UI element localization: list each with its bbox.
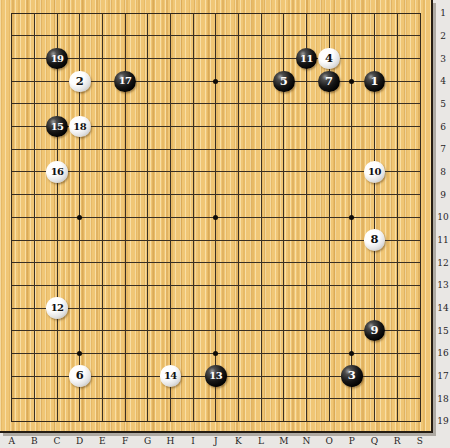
column-label: B (26, 436, 42, 446)
column-label: C (49, 436, 65, 446)
stone-number: 13 (209, 371, 222, 381)
stone-white[interactable]: 16 (46, 161, 68, 183)
grid-line-horizontal (12, 240, 420, 241)
stone-number: 8 (370, 234, 378, 246)
row-label: 7 (435, 144, 450, 154)
go-board-diagram: 12345678910111213141516171819 1234567891… (0, 0, 450, 448)
column-label: M (276, 436, 292, 446)
stone-number: 12 (51, 303, 64, 313)
column-label: R (389, 436, 405, 446)
stone-number: 4 (325, 52, 333, 64)
grid-line-horizontal (12, 330, 420, 331)
stone-white[interactable]: 8 (364, 229, 386, 251)
row-label: 2 (435, 31, 450, 41)
stone-black[interactable]: 17 (114, 71, 136, 93)
row-label: 6 (435, 122, 450, 132)
row-label: 4 (435, 76, 450, 86)
stone-white[interactable]: 4 (318, 48, 340, 70)
column-label: Q (366, 436, 382, 446)
column-label: E (94, 436, 110, 446)
row-label: 10 (435, 212, 450, 222)
stone-number: 2 (76, 75, 84, 87)
row-label: 19 (435, 416, 450, 426)
stone-number: 18 (73, 121, 86, 131)
row-label: 8 (435, 167, 450, 177)
column-label: P (344, 436, 360, 446)
row-label: 16 (435, 348, 450, 358)
stone-white[interactable]: 2 (69, 71, 91, 93)
column-label: K (230, 436, 246, 446)
column-label: F (117, 436, 133, 446)
row-label: 12 (435, 258, 450, 268)
stone-black[interactable]: 5 (273, 71, 295, 93)
column-label: I (185, 436, 201, 446)
column-label: G (140, 436, 156, 446)
stone-black[interactable]: 19 (46, 48, 68, 70)
go-board[interactable]: 12345678910111213141516171819 (0, 0, 433, 433)
row-label: 5 (435, 99, 450, 109)
stone-number: 5 (280, 75, 288, 87)
stone-white[interactable]: 12 (46, 297, 68, 319)
grid-line-horizontal (12, 398, 420, 399)
row-label: 18 (435, 394, 450, 404)
grid-line-vertical (306, 13, 307, 421)
stone-number: 11 (300, 53, 313, 63)
column-label: N (298, 436, 314, 446)
row-label: 14 (435, 303, 450, 313)
stone-number: 17 (119, 76, 132, 86)
stone-black[interactable]: 1 (364, 71, 386, 93)
stone-number: 7 (325, 75, 333, 87)
stone-number: 6 (76, 370, 84, 382)
stone-black[interactable]: 13 (205, 365, 227, 387)
column-label: H (162, 436, 178, 446)
stone-white[interactable]: 10 (364, 161, 386, 183)
stone-number: 15 (51, 121, 64, 131)
row-label: 13 (435, 280, 450, 290)
stone-white[interactable]: 6 (69, 365, 91, 387)
stone-number: 10 (368, 166, 381, 176)
column-label: D (72, 436, 88, 446)
row-label: 11 (435, 235, 450, 245)
column-label: J (208, 436, 224, 446)
row-label: 3 (435, 54, 450, 64)
column-label: O (321, 436, 337, 446)
stone-number: 16 (51, 166, 64, 176)
grid-line-vertical (261, 13, 262, 421)
stone-black[interactable]: 7 (318, 71, 340, 93)
column-label: S (412, 436, 428, 446)
grid-line-horizontal (12, 308, 420, 309)
column-label: A (4, 436, 20, 446)
row-label: 15 (435, 326, 450, 336)
row-label: 9 (435, 190, 450, 200)
row-label: 1 (435, 8, 450, 18)
row-label: 17 (435, 371, 450, 381)
stone-number: 9 (370, 324, 378, 336)
stone-white[interactable]: 18 (69, 116, 91, 138)
grid-line-horizontal (12, 285, 420, 286)
stone-white[interactable]: 14 (160, 365, 182, 387)
stone-black[interactable]: 3 (341, 365, 363, 387)
stone-number: 14 (164, 371, 177, 381)
stone-black[interactable]: 15 (46, 116, 68, 138)
stone-number: 19 (51, 53, 64, 63)
stone-number: 3 (348, 370, 356, 382)
grid-line-horizontal (12, 262, 420, 263)
grid-line-vertical (238, 13, 239, 421)
column-label: L (253, 436, 269, 446)
stone-number: 1 (370, 75, 378, 87)
grid-line-vertical (397, 13, 398, 421)
